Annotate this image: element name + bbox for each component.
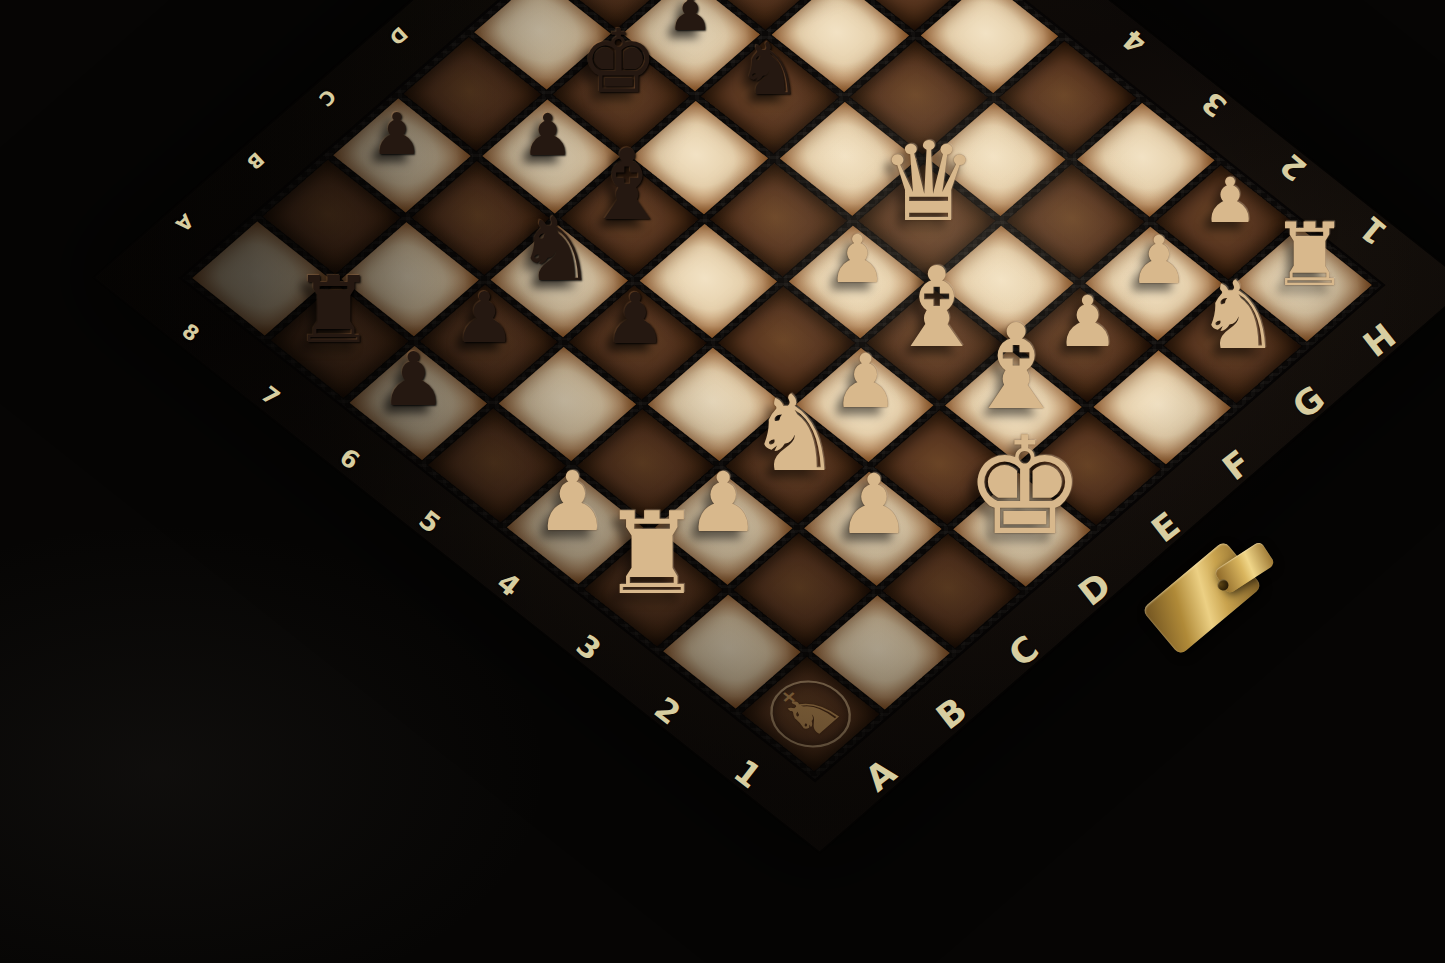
piece-black-knight-f6[interactable]: ♞: [737, 33, 802, 105]
piece-black-bishop-d6[interactable]: ♝: [583, 136, 671, 234]
piece-white-queen-f4[interactable]: ♛: [880, 128, 978, 238]
brass-clasp: [1141, 540, 1262, 655]
piece-black-king-e7[interactable]: ♚: [580, 19, 659, 107]
piece-black-knight-c6[interactable]: ♞: [516, 206, 595, 294]
piece-white-knight-g1[interactable]: ♞: [1196, 267, 1281, 361]
photo-scene: { "game": "chess", "scene": "wooden fold…: [0, 0, 1445, 963]
piece-white-king-d1[interactable]: ♚: [964, 420, 1085, 555]
piece-white-pawn-e4[interactable]: ♟: [828, 226, 887, 292]
piece-white-rook-h1[interactable]: ♜: [1271, 211, 1349, 298]
piece-white-knight-c3[interactable]: ♞: [747, 381, 841, 486]
piece-white-rook-a3[interactable]: ♜: [601, 498, 703, 612]
piece-black-pawn-a6[interactable]: ♟: [380, 342, 446, 416]
piece-black-pawn-c5[interactable]: ♟: [604, 284, 667, 354]
piece-black-pawn-d7[interactable]: ♟: [522, 107, 574, 165]
piece-black-pawn-f7[interactable]: ♟: [668, 0, 712, 39]
piece-white-pawn-g2[interactable]: ♟: [1129, 228, 1188, 294]
piece-white-pawn-d3[interactable]: ♟: [832, 345, 899, 419]
piece-black-pawn-c8[interactable]: ♟: [371, 106, 423, 164]
piece-white-pawn-c2[interactable]: ♟: [837, 463, 911, 545]
piece-white-pawn-h2[interactable]: ♟: [1202, 169, 1258, 231]
piece-black-pawn-b6[interactable]: ♟: [453, 283, 516, 353]
piece-black-rook-a7[interactable]: ♜: [293, 264, 376, 356]
photo-stage: ♞+ ABCDEFGHABCDEFGH8765432187654321 ♟♜♟♚…: [0, 0, 1445, 963]
piece-white-pawn-a4[interactable]: ♟: [535, 461, 609, 543]
